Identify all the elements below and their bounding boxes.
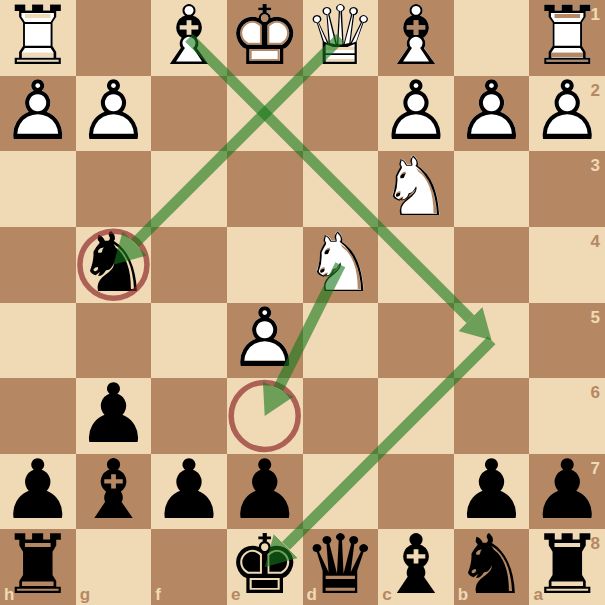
- square-f3[interactable]: [151, 151, 227, 227]
- bishop-icon: ♝: [76, 452, 152, 528]
- square-e1[interactable]: ♚♔: [227, 0, 303, 76]
- white-pawn-a2-piece[interactable]: ♟♙: [529, 76, 605, 152]
- white-pawn-g2-piece[interactable]: ♟♙: [76, 76, 152, 152]
- pawn-outline-icon: ♙: [529, 74, 605, 150]
- black-knight-b8-piece[interactable]: ♞: [454, 529, 530, 605]
- square-h5[interactable]: [0, 303, 76, 379]
- square-c5[interactable]: [378, 303, 454, 379]
- square-f7[interactable]: ♟: [151, 454, 227, 530]
- white-queen-d1-piece[interactable]: ♛♕: [303, 0, 379, 76]
- pawn-icon: ♟: [454, 452, 530, 528]
- square-e5[interactable]: ♟♙: [227, 303, 303, 379]
- square-e3[interactable]: [227, 151, 303, 227]
- bishop-outline-icon: ♗: [378, 0, 454, 74]
- black-pawn-f7-piece[interactable]: ♟: [151, 454, 227, 530]
- black-bishop-g7-piece[interactable]: ♝: [76, 454, 152, 530]
- rook-outline-icon: ♖: [529, 0, 605, 74]
- square-c8[interactable]: c♝: [378, 529, 454, 605]
- white-knight-c3-piece[interactable]: ♞♘: [378, 151, 454, 227]
- square-a3[interactable]: 3: [529, 151, 605, 227]
- square-e2[interactable]: [227, 76, 303, 152]
- board-squares: ♜♖♝♗♚♔♛♕♝♗1♜♖♟♙♟♙♟♙♟♙2♟♙♞♘3♞♞♘4♟♙5♟6♟♝♟♟…: [0, 0, 605, 605]
- queen-icon: ♛: [303, 527, 379, 603]
- pawn-icon: ♟: [76, 376, 152, 452]
- white-knight-d4-piece[interactable]: ♞♘: [303, 227, 379, 303]
- knight-outline-icon: ♘: [303, 225, 379, 301]
- black-queen-d8-piece[interactable]: ♛: [303, 529, 379, 605]
- king-outline-icon: ♔: [227, 0, 303, 74]
- rook-icon: ♜: [529, 527, 605, 603]
- square-g4[interactable]: ♞: [76, 227, 152, 303]
- square-c3[interactable]: ♞♘: [378, 151, 454, 227]
- square-g7[interactable]: ♝: [76, 454, 152, 530]
- black-knight-g4-piece[interactable]: ♞: [76, 227, 152, 303]
- square-f2[interactable]: [151, 76, 227, 152]
- file-label-g: g: [80, 586, 90, 603]
- square-b3[interactable]: [454, 151, 530, 227]
- square-d2[interactable]: [303, 76, 379, 152]
- rank-label-6: 6: [591, 384, 600, 401]
- square-d8[interactable]: d♛: [303, 529, 379, 605]
- pawn-icon: ♟: [151, 452, 227, 528]
- square-f8[interactable]: f: [151, 529, 227, 605]
- black-bishop-c8-piece[interactable]: ♝: [378, 529, 454, 605]
- square-b8[interactable]: b♞: [454, 529, 530, 605]
- knight-outline-icon: ♘: [378, 149, 454, 225]
- bishop-outline-icon: ♗: [151, 0, 227, 74]
- square-b5[interactable]: [454, 303, 530, 379]
- black-rook-h8-piece[interactable]: ♜: [0, 529, 76, 605]
- square-a4[interactable]: 4: [529, 227, 605, 303]
- square-a8[interactable]: 8a♜: [529, 529, 605, 605]
- white-pawn-e5-piece[interactable]: ♟♙: [227, 303, 303, 379]
- chess-board: ♜♖♝♗♚♔♛♕♝♗1♜♖♟♙♟♙♟♙♟♙2♟♙♞♘3♞♞♘4♟♙5♟6♟♝♟♟…: [0, 0, 605, 605]
- square-d4[interactable]: ♞♘: [303, 227, 379, 303]
- pawn-outline-icon: ♙: [454, 74, 530, 150]
- pawn-outline-icon: ♙: [0, 74, 76, 150]
- square-d5[interactable]: [303, 303, 379, 379]
- pawn-icon: ♟: [0, 452, 76, 528]
- pawn-icon: ♟: [529, 452, 605, 528]
- knight-icon: ♞: [76, 225, 152, 301]
- square-g8[interactable]: g: [76, 529, 152, 605]
- rank-label-4: 4: [591, 233, 600, 250]
- white-king-e1-piece[interactable]: ♚♔: [227, 0, 303, 76]
- square-c6[interactable]: [378, 378, 454, 454]
- file-label-f: f: [155, 586, 161, 603]
- pawn-outline-icon: ♙: [227, 301, 303, 377]
- square-h4[interactable]: [0, 227, 76, 303]
- white-bishop-f1-piece[interactable]: ♝♗: [151, 0, 227, 76]
- bishop-icon: ♝: [378, 527, 454, 603]
- square-g2[interactable]: ♟♙: [76, 76, 152, 152]
- rank-label-3: 3: [591, 157, 600, 174]
- pawn-icon: ♟: [227, 452, 303, 528]
- square-a5[interactable]: 5: [529, 303, 605, 379]
- square-h2[interactable]: ♟♙: [0, 76, 76, 152]
- knight-icon: ♞: [454, 527, 530, 603]
- square-f4[interactable]: [151, 227, 227, 303]
- square-b2[interactable]: ♟♙: [454, 76, 530, 152]
- pawn-outline-icon: ♙: [76, 74, 152, 150]
- rook-icon: ♜: [0, 527, 76, 603]
- square-h8[interactable]: h♜: [0, 529, 76, 605]
- square-a2[interactable]: 2♟♙: [529, 76, 605, 152]
- black-rook-a8-piece[interactable]: ♜: [529, 529, 605, 605]
- square-c4[interactable]: [378, 227, 454, 303]
- square-d6[interactable]: [303, 378, 379, 454]
- square-b4[interactable]: [454, 227, 530, 303]
- pawn-outline-icon: ♙: [378, 74, 454, 150]
- square-e8[interactable]: e♚: [227, 529, 303, 605]
- square-f1[interactable]: ♝♗: [151, 0, 227, 76]
- white-pawn-b2-piece[interactable]: ♟♙: [454, 76, 530, 152]
- square-d1[interactable]: ♛♕: [303, 0, 379, 76]
- black-king-e8-piece[interactable]: ♚: [227, 529, 303, 605]
- rook-outline-icon: ♖: [0, 0, 76, 74]
- white-pawn-h2-piece[interactable]: ♟♙: [0, 76, 76, 152]
- rank-label-5: 5: [591, 309, 600, 326]
- square-h3[interactable]: [0, 151, 76, 227]
- queen-outline-icon: ♕: [303, 0, 379, 74]
- king-icon: ♚: [227, 527, 303, 603]
- square-f5[interactable]: [151, 303, 227, 379]
